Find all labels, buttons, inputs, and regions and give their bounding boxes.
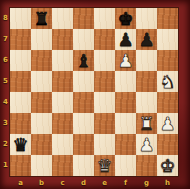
file-label-e: e — [94, 177, 115, 189]
square-a5[interactable] — [10, 71, 31, 92]
square-h5[interactable]: ♞ — [157, 71, 178, 92]
file-label-d: d — [73, 177, 94, 189]
square-h1[interactable]: ♚ — [157, 155, 178, 176]
square-b4[interactable] — [31, 92, 52, 113]
chess-board: ♜♚♟♟♝♟♞♜♟♛♟♛♚ — [10, 8, 178, 176]
square-a3[interactable] — [10, 113, 31, 134]
black-rook-b8[interactable]: ♜ — [31, 8, 52, 29]
square-c6[interactable] — [52, 50, 73, 71]
white-knight-h5[interactable]: ♞ — [157, 71, 178, 92]
white-king-h1[interactable]: ♚ — [157, 155, 178, 176]
file-label-b: b — [31, 177, 52, 189]
square-h4[interactable] — [157, 92, 178, 113]
square-d7[interactable] — [73, 29, 94, 50]
square-f3[interactable] — [115, 113, 136, 134]
white-queen-e1[interactable]: ♛ — [94, 155, 115, 176]
square-f5[interactable] — [115, 71, 136, 92]
square-a7[interactable] — [10, 29, 31, 50]
white-pawn-f6[interactable]: ♟ — [115, 50, 136, 71]
square-d3[interactable] — [73, 113, 94, 134]
square-b6[interactable] — [31, 50, 52, 71]
square-d8[interactable] — [73, 8, 94, 29]
square-e5[interactable] — [94, 71, 115, 92]
rank-label-4: 4 — [1, 92, 10, 113]
square-g1[interactable] — [136, 155, 157, 176]
square-e1[interactable]: ♛ — [94, 155, 115, 176]
square-h7[interactable] — [157, 29, 178, 50]
square-b2[interactable] — [31, 134, 52, 155]
square-a6[interactable] — [10, 50, 31, 71]
square-a4[interactable] — [10, 92, 31, 113]
white-rook-g3[interactable]: ♜ — [136, 113, 157, 134]
rank-label-8: 8 — [1, 8, 10, 29]
square-a8[interactable] — [10, 8, 31, 29]
square-e3[interactable] — [94, 113, 115, 134]
square-e6[interactable] — [94, 50, 115, 71]
file-label-g: g — [136, 177, 157, 189]
square-a2[interactable]: ♛ — [10, 134, 31, 155]
square-h2[interactable] — [157, 134, 178, 155]
file-label-f: f — [115, 177, 136, 189]
square-f2[interactable] — [115, 134, 136, 155]
square-f4[interactable] — [115, 92, 136, 113]
square-e2[interactable] — [94, 134, 115, 155]
square-e8[interactable] — [94, 8, 115, 29]
square-c3[interactable] — [52, 113, 73, 134]
square-a1[interactable] — [10, 155, 31, 176]
board-frame: ♜♚♟♟♝♟♞♜♟♛♟♛♚ 87654321 abcdefgh — [0, 0, 190, 189]
square-b1[interactable] — [31, 155, 52, 176]
square-g4[interactable] — [136, 92, 157, 113]
rank-label-5: 5 — [1, 71, 10, 92]
square-d2[interactable] — [73, 134, 94, 155]
square-c7[interactable] — [52, 29, 73, 50]
square-c1[interactable] — [52, 155, 73, 176]
square-d4[interactable] — [73, 92, 94, 113]
square-g5[interactable] — [136, 71, 157, 92]
square-f6[interactable]: ♟ — [115, 50, 136, 71]
square-f7[interactable]: ♟ — [115, 29, 136, 50]
square-d6[interactable]: ♝ — [73, 50, 94, 71]
square-f1[interactable] — [115, 155, 136, 176]
square-d5[interactable] — [73, 71, 94, 92]
square-g3[interactable]: ♜ — [136, 113, 157, 134]
square-c2[interactable] — [52, 134, 73, 155]
file-label-a: a — [10, 177, 31, 189]
black-bishop-d6[interactable]: ♝ — [73, 50, 94, 71]
square-g7[interactable]: ♟ — [136, 29, 157, 50]
square-b7[interactable] — [31, 29, 52, 50]
square-f8[interactable]: ♚ — [115, 8, 136, 29]
rank-label-1: 1 — [1, 155, 10, 176]
square-c4[interactable] — [52, 92, 73, 113]
file-label-c: c — [52, 177, 73, 189]
square-h3[interactable]: ♟ — [157, 113, 178, 134]
square-g8[interactable] — [136, 8, 157, 29]
square-d1[interactable] — [73, 155, 94, 176]
square-e7[interactable] — [94, 29, 115, 50]
square-g2[interactable]: ♟ — [136, 134, 157, 155]
square-b5[interactable] — [31, 71, 52, 92]
rank-label-7: 7 — [1, 29, 10, 50]
white-pawn-h3[interactable]: ♟ — [157, 113, 178, 134]
square-b3[interactable] — [31, 113, 52, 134]
rank-label-6: 6 — [1, 50, 10, 71]
white-pawn-g2[interactable]: ♟ — [136, 134, 157, 155]
square-h8[interactable] — [157, 8, 178, 29]
square-g6[interactable] — [136, 50, 157, 71]
square-c8[interactable] — [52, 8, 73, 29]
black-pawn-g7[interactable]: ♟ — [136, 29, 157, 50]
square-b8[interactable]: ♜ — [31, 8, 52, 29]
black-queen-a2[interactable]: ♛ — [10, 134, 31, 155]
black-pawn-f7[interactable]: ♟ — [115, 29, 136, 50]
square-h6[interactable] — [157, 50, 178, 71]
black-king-f8[interactable]: ♚ — [115, 8, 136, 29]
square-e4[interactable] — [94, 92, 115, 113]
file-label-h: h — [157, 177, 178, 189]
square-c5[interactable] — [52, 71, 73, 92]
rank-label-2: 2 — [1, 134, 10, 155]
rank-label-3: 3 — [1, 113, 10, 134]
